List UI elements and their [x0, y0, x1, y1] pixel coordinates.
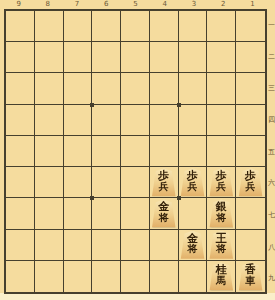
cell-9-8[interactable]	[6, 230, 35, 261]
cell-7-2[interactable]	[64, 42, 93, 73]
cell-7-4[interactable]	[64, 105, 93, 136]
piece-pawn[interactable]: 歩兵	[151, 168, 176, 196]
cell-6-1[interactable]	[92, 11, 121, 42]
cell-6-9[interactable]	[92, 261, 121, 292]
cell-2-9[interactable]: 桂馬	[207, 261, 236, 292]
piece-kanji: 兵	[216, 182, 226, 192]
cell-2-7[interactable]: 銀将	[207, 198, 236, 229]
cell-3-7[interactable]	[179, 198, 208, 229]
cell-8-4[interactable]	[35, 105, 64, 136]
cell-9-6[interactable]	[6, 167, 35, 198]
star-point	[177, 196, 181, 200]
cell-5-2[interactable]	[121, 42, 150, 73]
cell-2-6[interactable]: 歩兵	[207, 167, 236, 198]
rank-label-5: 五	[268, 136, 275, 168]
cell-1-7[interactable]	[236, 198, 265, 229]
cell-3-3[interactable]	[179, 73, 208, 104]
cell-1-3[interactable]	[236, 73, 265, 104]
piece-kanji: 兵	[159, 182, 169, 192]
cell-5-7[interactable]	[121, 198, 150, 229]
rank-label-7: 七	[268, 199, 275, 231]
file-label-3: 3	[179, 0, 208, 9]
cell-8-3[interactable]	[35, 73, 64, 104]
file-label-4: 4	[150, 0, 179, 9]
cell-8-6[interactable]	[35, 167, 64, 198]
cell-1-2[interactable]	[236, 42, 265, 73]
file-label-6: 6	[92, 0, 121, 9]
cell-2-4[interactable]	[207, 105, 236, 136]
cell-3-9[interactable]	[179, 261, 208, 292]
board: 歩兵歩兵歩兵歩兵金将銀将金将王将桂馬香車	[4, 9, 267, 294]
cell-3-1[interactable]	[179, 11, 208, 42]
cell-4-7[interactable]: 金将	[150, 198, 179, 229]
cell-4-9[interactable]	[150, 261, 179, 292]
cell-4-2[interactable]	[150, 42, 179, 73]
cell-4-4[interactable]	[150, 105, 179, 136]
cell-2-5[interactable]	[207, 136, 236, 167]
cell-8-8[interactable]	[35, 230, 64, 261]
cell-5-4[interactable]	[121, 105, 150, 136]
cell-6-6[interactable]	[92, 167, 121, 198]
rank-label-9: 九	[268, 262, 275, 294]
cell-7-3[interactable]	[64, 73, 93, 104]
file-labels: 987654321	[4, 0, 267, 9]
piece-silver[interactable]: 銀将	[209, 199, 234, 227]
cell-8-9[interactable]	[35, 261, 64, 292]
piece-pawn[interactable]: 歩兵	[209, 168, 234, 196]
star-point	[90, 103, 94, 107]
rank-label-4: 四	[268, 104, 275, 136]
shogi-app: 987654321 一二三四五六七八九 歩兵歩兵歩兵歩兵金将銀将金将王将桂馬香車	[0, 0, 275, 300]
cell-8-2[interactable]	[35, 42, 64, 73]
cell-4-8[interactable]	[150, 230, 179, 261]
piece-pawn[interactable]: 歩兵	[180, 168, 205, 196]
cell-4-5[interactable]	[150, 136, 179, 167]
piece-kanji: 将	[159, 213, 169, 223]
cell-3-8[interactable]: 金将	[179, 230, 208, 261]
cell-7-8[interactable]	[64, 230, 93, 261]
cell-2-8[interactable]: 王将	[207, 230, 236, 261]
piece-kanji: 兵	[246, 182, 256, 192]
file-label-9: 9	[4, 0, 33, 9]
cell-1-4[interactable]	[236, 105, 265, 136]
cell-5-6[interactable]	[121, 167, 150, 198]
cell-4-3[interactable]	[150, 73, 179, 104]
piece-king[interactable]: 王将	[209, 231, 234, 259]
piece-pawn[interactable]: 歩兵	[238, 168, 263, 196]
piece-kanji: 兵	[188, 182, 198, 192]
piece-gold[interactable]: 金将	[180, 231, 205, 259]
piece-kanji: 馬	[216, 276, 226, 286]
cell-6-8[interactable]	[92, 230, 121, 261]
cell-8-5[interactable]	[35, 136, 64, 167]
board-lower-edge	[0, 293, 275, 300]
cell-6-2[interactable]	[92, 42, 121, 73]
cell-9-3[interactable]	[6, 73, 35, 104]
rank-label-2: 二	[268, 41, 275, 73]
cell-9-9[interactable]	[6, 261, 35, 292]
cell-1-1[interactable]	[236, 11, 265, 42]
cell-3-6[interactable]: 歩兵	[179, 167, 208, 198]
piece-kanji: 将	[188, 244, 198, 254]
cell-2-3[interactable]	[207, 73, 236, 104]
rank-label-8: 八	[268, 231, 275, 263]
cell-6-5[interactable]	[92, 136, 121, 167]
cell-7-5[interactable]	[64, 136, 93, 167]
cell-7-1[interactable]	[64, 11, 93, 42]
piece-kanji: 将	[216, 244, 226, 254]
rank-label-6: 六	[268, 167, 275, 199]
cell-9-4[interactable]	[6, 105, 35, 136]
cell-4-1[interactable]	[150, 11, 179, 42]
cell-4-6[interactable]: 歩兵	[150, 167, 179, 198]
star-point	[177, 103, 181, 107]
cell-5-9[interactable]	[121, 261, 150, 292]
cell-6-4[interactable]	[92, 105, 121, 136]
rank-label-3: 三	[268, 72, 275, 104]
file-label-5: 5	[121, 0, 150, 9]
cell-1-6[interactable]: 歩兵	[236, 167, 265, 198]
cell-3-5[interactable]	[179, 136, 208, 167]
file-label-1: 1	[238, 0, 267, 9]
cell-2-1[interactable]	[207, 11, 236, 42]
piece-lance[interactable]: 香車	[238, 262, 263, 290]
piece-kanji: 将	[216, 213, 226, 223]
cell-5-3[interactable]	[121, 73, 150, 104]
cell-3-4[interactable]	[179, 105, 208, 136]
cell-7-7[interactable]	[64, 198, 93, 229]
file-label-7: 7	[62, 0, 91, 9]
piece-knight[interactable]: 桂馬	[209, 262, 234, 290]
rank-labels: 一二三四五六七八九	[268, 9, 275, 294]
piece-gold[interactable]: 金将	[151, 199, 176, 227]
cell-7-9[interactable]	[64, 261, 93, 292]
cell-5-8[interactable]	[121, 230, 150, 261]
cell-9-2[interactable]	[6, 42, 35, 73]
cell-1-8[interactable]	[236, 230, 265, 261]
cell-5-5[interactable]	[121, 136, 150, 167]
cell-7-6[interactable]	[64, 167, 93, 198]
cell-3-2[interactable]	[179, 42, 208, 73]
cell-9-1[interactable]	[6, 11, 35, 42]
cell-6-3[interactable]	[92, 73, 121, 104]
file-label-8: 8	[33, 0, 62, 9]
cell-5-1[interactable]	[121, 11, 150, 42]
cell-8-7[interactable]	[35, 198, 64, 229]
star-point	[90, 196, 94, 200]
cell-9-5[interactable]	[6, 136, 35, 167]
rank-label-1: 一	[268, 9, 275, 41]
cell-1-9[interactable]: 香車	[236, 261, 265, 292]
cell-2-2[interactable]	[207, 42, 236, 73]
cell-1-5[interactable]	[236, 136, 265, 167]
file-label-2: 2	[209, 0, 238, 9]
piece-kanji: 車	[246, 276, 256, 286]
cell-6-7[interactable]	[92, 198, 121, 229]
cell-8-1[interactable]	[35, 11, 64, 42]
cell-9-7[interactable]	[6, 198, 35, 229]
